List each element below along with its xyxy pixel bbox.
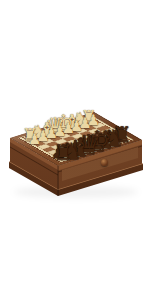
chess-set-product-photo[interactable]: ♜♞♝♛♚♝♞♜♟♟♟♟♟♟♟♟♟♟♟♟♟♟♟♟♜♞♝♛♚♝♞♜ (0, 0, 150, 300)
pieces-layer: ♜♞♝♛♚♝♞♜♟♟♟♟♟♟♟♟♟♟♟♟♟♟♟♟♜♞♝♛♚♝♞♜ (0, 0, 150, 300)
piece-black-rook: ♜ (54, 143, 74, 165)
piece-white-pawn: ♟ (28, 132, 41, 147)
